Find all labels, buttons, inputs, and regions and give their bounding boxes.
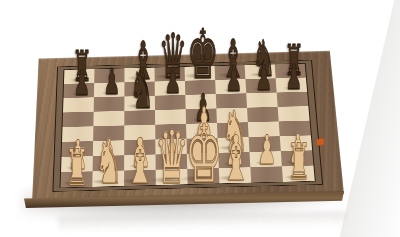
- square-h5[interactable]: [278, 106, 310, 121]
- piece-black-pawn-f7[interactable]: ♟: [225, 61, 242, 97]
- piece-white-pawn-g2[interactable]: ♟: [257, 130, 276, 171]
- piece-black-pawn-h7[interactable]: ♟: [286, 59, 303, 95]
- chess-photo-stage: ♜♝♛♚♝♞♜♟♟♟♟♟♟♟♞♟♟♞♟♟♟♟♟♟♟♜♞♝♛♚♝♜: [0, 0, 400, 237]
- piece-white-bishop-f1[interactable]: ♝: [221, 128, 250, 191]
- square-b5[interactable]: [93, 111, 124, 126]
- piece-black-knight-c6[interactable]: ♞: [130, 64, 155, 117]
- piece-white-king-e1[interactable]: ♚: [185, 114, 223, 195]
- piece-white-knight-b1[interactable]: ♞: [95, 134, 123, 194]
- piece-white-rook-a1[interactable]: ♜: [65, 143, 88, 193]
- dgt-logo-badge: [317, 139, 325, 146]
- piece-black-pawn-d7[interactable]: ♟: [164, 63, 181, 99]
- piece-white-queen-d1[interactable]: ♛: [155, 121, 189, 195]
- square-g5[interactable]: [247, 107, 279, 122]
- piece-black-pawn-b7[interactable]: ♟: [103, 64, 120, 100]
- piece-white-bishop-c1[interactable]: ♝: [126, 131, 155, 194]
- piece-black-pawn-g7[interactable]: ♟: [256, 60, 273, 96]
- piece-white-rook-h1[interactable]: ♜: [287, 137, 310, 187]
- piece-black-king-e8[interactable]: ♚: [187, 21, 219, 89]
- piece-black-pawn-a7[interactable]: ♟: [73, 65, 90, 101]
- square-a5[interactable]: [63, 112, 94, 127]
